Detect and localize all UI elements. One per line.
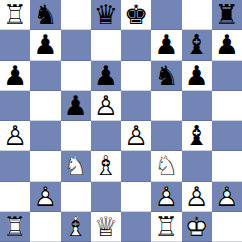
- square-e7[interactable]: [121, 30, 151, 60]
- square-e5[interactable]: [121, 91, 151, 121]
- white-pawn-outline: ♙: [215, 183, 239, 210]
- square-b5[interactable]: [30, 91, 60, 121]
- white-queen[interactable]: ♛♕: [91, 212, 121, 242]
- black-pawn[interactable]: ♟: [182, 61, 212, 91]
- white-rook[interactable]: ♜♖: [151, 212, 181, 242]
- white-rook-outline: ♖: [3, 213, 27, 240]
- white-pawn[interactable]: ♟♙: [151, 182, 181, 212]
- white-knight-outline: ♘: [154, 152, 178, 179]
- square-b4[interactable]: [30, 121, 60, 151]
- black-pawn[interactable]: ♟: [30, 30, 60, 60]
- square-g1[interactable]: ♚♔: [182, 212, 212, 242]
- square-a6[interactable]: ♟: [0, 61, 30, 91]
- square-b3[interactable]: [30, 151, 60, 181]
- square-b2[interactable]: ♟♙: [30, 182, 60, 212]
- black-knight-glyph: ♞: [154, 62, 178, 89]
- square-g6[interactable]: ♟: [182, 61, 212, 91]
- white-knight-outline: ♘: [64, 152, 88, 179]
- black-pawn-glyph: ♟: [215, 31, 239, 58]
- square-d8[interactable]: ♛: [91, 0, 121, 30]
- black-knight[interactable]: ♞: [151, 61, 181, 91]
- white-rook[interactable]: ♜♖: [0, 212, 30, 242]
- white-pawn-outline: ♙: [3, 122, 27, 149]
- square-e8[interactable]: ♚: [121, 0, 151, 30]
- square-e3[interactable]: [121, 151, 151, 181]
- square-e2[interactable]: [121, 182, 151, 212]
- white-queen-outline: ♕: [94, 213, 118, 240]
- black-knight[interactable]: ♞: [30, 0, 60, 30]
- square-g4[interactable]: ♝: [182, 121, 212, 151]
- black-pawn[interactable]: ♟: [151, 30, 181, 60]
- square-b7[interactable]: ♟: [30, 30, 60, 60]
- white-king[interactable]: ♚♔: [182, 212, 212, 242]
- square-a3[interactable]: [0, 151, 30, 181]
- square-d6[interactable]: ♟: [91, 61, 121, 91]
- black-knight-glyph: ♞: [33, 1, 57, 28]
- square-g7[interactable]: ♝: [182, 30, 212, 60]
- white-pawn[interactable]: ♟♙: [212, 182, 242, 212]
- square-a2[interactable]: [0, 182, 30, 212]
- square-h2[interactable]: ♟♙: [212, 182, 242, 212]
- black-pawn-glyph: ♟: [94, 62, 118, 89]
- square-f7[interactable]: ♟: [151, 30, 181, 60]
- square-f3[interactable]: ♞♘: [151, 151, 181, 181]
- square-d2[interactable]: [91, 182, 121, 212]
- black-pawn-glyph: ♟: [33, 31, 57, 58]
- square-g2[interactable]: ♟♙: [182, 182, 212, 212]
- black-king[interactable]: ♚: [121, 0, 151, 30]
- white-pawn-outline: ♙: [124, 122, 148, 149]
- square-f6[interactable]: ♞: [151, 61, 181, 91]
- square-f4[interactable]: [151, 121, 181, 151]
- black-pawn[interactable]: ♟: [61, 91, 91, 121]
- white-rook-outline: ♖: [154, 213, 178, 240]
- square-a8[interactable]: ♜♖: [0, 0, 30, 30]
- square-a7[interactable]: [0, 30, 30, 60]
- black-bishop[interactable]: ♝: [182, 121, 212, 151]
- square-f2[interactable]: ♟♙: [151, 182, 181, 212]
- square-f8[interactable]: [151, 0, 181, 30]
- square-c3[interactable]: ♞♘: [61, 151, 91, 181]
- square-c5[interactable]: ♟: [61, 91, 91, 121]
- square-c8[interactable]: [61, 0, 91, 30]
- white-knight[interactable]: ♞♘: [151, 151, 181, 181]
- square-e4[interactable]: ♟♙: [121, 121, 151, 151]
- square-c4[interactable]: [61, 121, 91, 151]
- square-f5[interactable]: [151, 91, 181, 121]
- square-b8[interactable]: ♞: [30, 0, 60, 30]
- square-d1[interactable]: ♛♕: [91, 212, 121, 242]
- square-d3[interactable]: ♝♗: [91, 151, 121, 181]
- white-rook-outline: ♖: [3, 1, 27, 28]
- black-rook-glyph: ♜: [215, 1, 239, 28]
- white-bishop-outline: ♗: [64, 213, 88, 240]
- square-h8[interactable]: ♜: [212, 0, 242, 30]
- square-d5[interactable]: ♟♙: [91, 91, 121, 121]
- square-a5[interactable]: [0, 91, 30, 121]
- white-pawn[interactable]: ♟♙: [182, 182, 212, 212]
- chess-board: ♜♖♞♛♚♜♟♟♝♟♟♟♞♟♟♟♙♟♙♟♙♝♞♘♝♗♞♘♟♙♟♙♟♙♟♙♜♖♝♗…: [0, 0, 242, 242]
- square-h3[interactable]: [212, 151, 242, 181]
- square-c1[interactable]: ♝♗: [61, 212, 91, 242]
- black-pawn-glyph: ♟: [64, 92, 88, 119]
- black-pawn[interactable]: ♟: [91, 61, 121, 91]
- black-pawn[interactable]: ♟: [0, 61, 30, 91]
- square-g5[interactable]: [182, 91, 212, 121]
- white-knight[interactable]: ♞♘: [61, 151, 91, 181]
- square-a1[interactable]: ♜♖: [0, 212, 30, 242]
- square-d7[interactable]: [91, 30, 121, 60]
- square-d4[interactable]: [91, 121, 121, 151]
- white-pawn[interactable]: ♟♙: [30, 182, 60, 212]
- white-bishop-outline: ♗: [94, 152, 118, 179]
- white-pawn-outline: ♙: [154, 183, 178, 210]
- square-b6[interactable]: [30, 61, 60, 91]
- square-h5[interactable]: [212, 91, 242, 121]
- square-c6[interactable]: [61, 61, 91, 91]
- black-bishop-glyph: ♝: [185, 31, 209, 58]
- square-c7[interactable]: [61, 30, 91, 60]
- black-queen[interactable]: ♛: [91, 0, 121, 30]
- black-king-glyph: ♚: [124, 1, 148, 28]
- square-g8[interactable]: [182, 0, 212, 30]
- square-h4[interactable]: [212, 121, 242, 151]
- white-bishop[interactable]: ♝♗: [61, 212, 91, 242]
- white-pawn[interactable]: ♟♙: [121, 121, 151, 151]
- white-pawn[interactable]: ♟♙: [0, 121, 30, 151]
- white-rook[interactable]: ♜♖: [0, 0, 30, 30]
- white-bishop[interactable]: ♝♗: [91, 151, 121, 181]
- white-king-outline: ♔: [185, 213, 209, 240]
- square-e1[interactable]: [121, 212, 151, 242]
- white-pawn-outline: ♙: [185, 183, 209, 210]
- square-e6[interactable]: [121, 61, 151, 91]
- black-pawn-glyph: ♟: [185, 62, 209, 89]
- square-g3[interactable]: [182, 151, 212, 181]
- black-rook[interactable]: ♜: [212, 0, 242, 30]
- black-pawn-glyph: ♟: [3, 62, 27, 89]
- white-pawn[interactable]: ♟♙: [91, 91, 121, 121]
- black-pawn-glyph: ♟: [154, 31, 178, 58]
- white-pawn-outline: ♙: [33, 183, 57, 210]
- square-f1[interactable]: ♜♖: [151, 212, 181, 242]
- black-queen-glyph: ♛: [94, 1, 118, 28]
- square-h6[interactable]: [212, 61, 242, 91]
- square-a4[interactable]: ♟♙: [0, 121, 30, 151]
- square-b1[interactable]: [30, 212, 60, 242]
- square-h7[interactable]: ♟: [212, 30, 242, 60]
- black-bishop[interactable]: ♝: [182, 30, 212, 60]
- square-h1[interactable]: [212, 212, 242, 242]
- black-bishop-glyph: ♝: [185, 122, 209, 149]
- square-c2[interactable]: [61, 182, 91, 212]
- black-pawn[interactable]: ♟: [212, 30, 242, 60]
- white-pawn-outline: ♙: [94, 92, 118, 119]
